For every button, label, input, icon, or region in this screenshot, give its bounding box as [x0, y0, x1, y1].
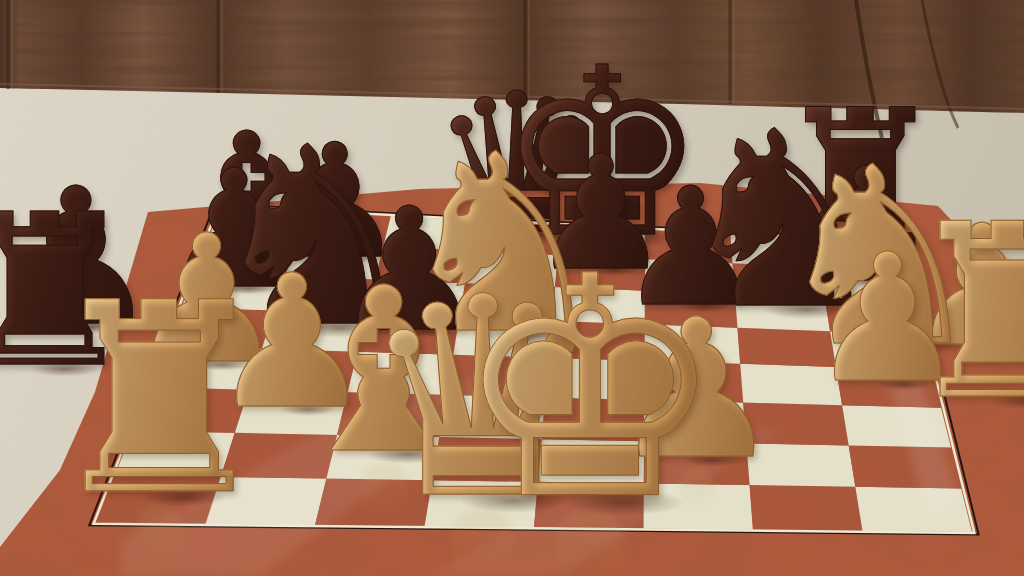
captured-white-rook[interactable]: ♜ — [900, 192, 1024, 433]
piece-white-king-e1[interactable]: ♚ — [453, 237, 726, 542]
piece-white-rook-a1[interactable]: ♜ — [41, 268, 277, 531]
chess-photo: ♛♚♜♝♟♟♟♟♟♞♞♟♞♞♟♟♟♝♟♜♛♚♜♟♟♜ — [0, 0, 1024, 576]
